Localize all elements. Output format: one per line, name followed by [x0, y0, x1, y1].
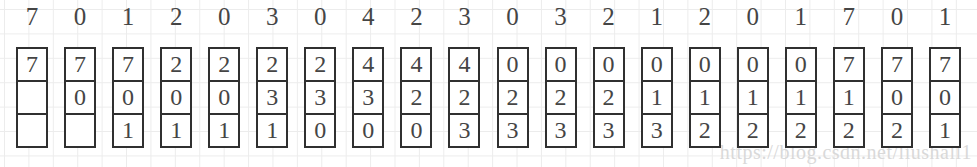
- step-column: 7 7: [8, 0, 56, 167]
- step-column: 0 2 0 1: [200, 0, 248, 167]
- frame-cell: 2: [883, 113, 911, 146]
- frame-box: 4 2 3: [448, 47, 480, 148]
- frame-cell: 0: [691, 49, 719, 80]
- reference-page-digit: 3: [554, 2, 567, 32]
- frame-cell: 0: [306, 113, 334, 146]
- frame-box: 7 0 1: [929, 47, 961, 148]
- frame-cell: 2: [210, 49, 238, 80]
- frame-cell: 2: [499, 80, 527, 113]
- frame-cell: 2: [450, 80, 478, 113]
- step-column: 2 0 1 2: [681, 0, 729, 167]
- reference-page-digit: 1: [795, 2, 808, 32]
- frame-box: 7 1 2: [833, 47, 865, 148]
- frame-box: 2 0 1: [160, 47, 192, 148]
- frame-box: 0 2 3: [497, 47, 529, 148]
- frame-cell: 7: [835, 49, 863, 80]
- step-column: 2 2 0 1: [152, 0, 200, 167]
- frame-cell: 3: [450, 113, 478, 146]
- frame-cell: 0: [210, 80, 238, 113]
- step-column: 2 4 2 0: [392, 0, 440, 167]
- frame-cell: 0: [739, 49, 767, 80]
- frame-cell: 2: [595, 80, 623, 113]
- step-column: 0 0 1 2: [729, 0, 777, 167]
- columns-row: 7 7 0 7 0 1 7 0 1 2 2 0 1 0 2: [0, 0, 977, 167]
- frame-cell: 1: [643, 80, 671, 113]
- frame-box: 0 1 2: [689, 47, 721, 148]
- diagram-canvas: https://blog.csdn.net/liushall1 7 7 0 7 …: [0, 0, 977, 167]
- frame-cell: 0: [595, 49, 623, 80]
- frame-cell: 0: [402, 113, 430, 146]
- reference-page-digit: 2: [170, 2, 183, 32]
- frame-box: 4 2 0: [400, 47, 432, 148]
- step-column: 1 7 0 1: [104, 0, 152, 167]
- frame-cell: 0: [547, 49, 575, 80]
- frame-box: 7 0 2: [881, 47, 913, 148]
- frame-cell: 0: [883, 80, 911, 113]
- reference-page-digit: 3: [458, 2, 471, 32]
- frame-cell: 3: [354, 80, 382, 113]
- frame-cell: 0: [643, 49, 671, 80]
- frame-box: 7 0 1: [112, 47, 144, 148]
- frame-cell: 2: [787, 113, 815, 146]
- frame-cell: 3: [547, 113, 575, 146]
- reference-page-digit: 4: [362, 2, 375, 32]
- frame-cell: 7: [18, 49, 46, 80]
- reference-page-digit: 7: [26, 2, 39, 32]
- reference-page-digit: 2: [410, 2, 423, 32]
- frame-cell: 0: [66, 80, 94, 113]
- frame-cell: 7: [931, 49, 959, 80]
- reference-page-digit: 1: [650, 2, 663, 32]
- frame-cell: 2: [739, 113, 767, 146]
- frame-cell: 7: [883, 49, 911, 80]
- frame-box: 0 1 2: [737, 47, 769, 148]
- frame-cell: 1: [258, 113, 286, 146]
- reference-page-digit: 0: [74, 2, 87, 32]
- frame-cell: 1: [210, 113, 238, 146]
- step-column: 0 7 0: [56, 0, 104, 167]
- frame-cell: 2: [691, 113, 719, 146]
- frame-cell: 4: [354, 49, 382, 80]
- frame-box: 0 1 2: [785, 47, 817, 148]
- frame-cell: 3: [258, 80, 286, 113]
- step-column: 7 7 1 2: [825, 0, 873, 167]
- frame-cell: 1: [114, 113, 142, 146]
- frame-cell: 0: [354, 113, 382, 146]
- reference-page-digit: 1: [939, 2, 952, 32]
- frame-cell: 3: [595, 113, 623, 146]
- frame-cell: 0: [931, 80, 959, 113]
- frame-cell: 0: [114, 80, 142, 113]
- frame-cell: 2: [162, 49, 190, 80]
- reference-page-digit: 2: [698, 2, 711, 32]
- step-column: 3 4 2 3: [440, 0, 488, 167]
- frame-box: 7: [16, 47, 48, 148]
- reference-page-digit: 0: [891, 2, 904, 32]
- frame-cell: 4: [402, 49, 430, 80]
- reference-page-digit: 0: [314, 2, 327, 32]
- frame-cell: 1: [835, 80, 863, 113]
- step-column: 0 0 2 3: [488, 0, 536, 167]
- step-column: 3 0 2 3: [537, 0, 585, 167]
- step-column: 0 7 0 2: [873, 0, 921, 167]
- frame-cell: 1: [162, 113, 190, 146]
- step-column: 2 0 2 3: [585, 0, 633, 167]
- frame-cell: 2: [306, 49, 334, 80]
- frame-cell: [66, 113, 94, 146]
- frame-cell: 2: [258, 49, 286, 80]
- frame-box: 4 3 0: [352, 47, 384, 148]
- reference-page-digit: 1: [122, 2, 135, 32]
- frame-cell: 3: [306, 80, 334, 113]
- frame-box: 2 3 0: [304, 47, 336, 148]
- frame-cell: 0: [499, 49, 527, 80]
- frame-cell: 1: [787, 80, 815, 113]
- frame-box: 2 0 1: [208, 47, 240, 148]
- frame-cell: 1: [931, 113, 959, 146]
- frame-box: 2 3 1: [256, 47, 288, 148]
- frame-cell: 2: [835, 113, 863, 146]
- step-column: 0 2 3 0: [296, 0, 344, 167]
- step-column: 1 0 1 3: [633, 0, 681, 167]
- reference-page-digit: 0: [747, 2, 760, 32]
- frame-box: 0 2 3: [593, 47, 625, 148]
- frame-box: 0 2 3: [545, 47, 577, 148]
- frame-box: 7 0: [64, 47, 96, 148]
- frame-cell: [18, 113, 46, 146]
- step-column: 1 7 0 1: [921, 0, 969, 167]
- frame-cell: 3: [643, 113, 671, 146]
- frame-box: 0 1 3: [641, 47, 673, 148]
- frame-cell: 4: [450, 49, 478, 80]
- frame-cell: 2: [402, 80, 430, 113]
- frame-cell: 2: [547, 80, 575, 113]
- frame-cell: [18, 80, 46, 113]
- step-column: 4 4 3 0: [344, 0, 392, 167]
- frame-cell: 7: [66, 49, 94, 80]
- step-column: 1 0 1 2: [777, 0, 825, 167]
- step-column: 3 2 3 1: [248, 0, 296, 167]
- frame-cell: 0: [162, 80, 190, 113]
- frame-cell: 7: [114, 49, 142, 80]
- reference-page-digit: 0: [506, 2, 519, 32]
- frame-cell: 1: [739, 80, 767, 113]
- reference-page-digit: 0: [218, 2, 231, 32]
- frame-cell: 3: [499, 113, 527, 146]
- reference-page-digit: 3: [266, 2, 279, 32]
- frame-cell: 1: [691, 80, 719, 113]
- reference-page-digit: 2: [602, 2, 615, 32]
- reference-page-digit: 7: [843, 2, 856, 32]
- frame-cell: 0: [787, 49, 815, 80]
